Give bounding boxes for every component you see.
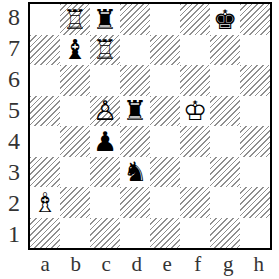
square-f4[interactable] [180, 126, 210, 157]
square-g2[interactable] [210, 187, 240, 218]
square-b5[interactable] [60, 96, 90, 127]
piece-black-rook[interactable]: ♜ [90, 4, 120, 35]
piece-white-king[interactable]: ♔ [180, 96, 210, 127]
square-g1[interactable] [210, 218, 240, 249]
square-d3[interactable]: ♞ [120, 157, 150, 188]
file-label-h: h [244, 251, 275, 277]
square-g8[interactable]: ♚ [210, 4, 240, 35]
square-a2[interactable]: ♗ [30, 187, 60, 218]
square-e6[interactable] [150, 65, 180, 96]
square-h6[interactable] [240, 65, 270, 96]
square-e2[interactable] [150, 187, 180, 218]
square-h8[interactable] [240, 4, 270, 35]
rank-label-8: 8 [2, 2, 26, 33]
square-f7[interactable] [180, 35, 210, 66]
square-d5[interactable]: ♜ [120, 96, 150, 127]
square-f6[interactable] [180, 65, 210, 96]
square-a8[interactable] [30, 4, 60, 35]
square-f3[interactable] [180, 157, 210, 188]
piece-white-bishop[interactable]: ♗ [30, 187, 60, 218]
square-b3[interactable] [60, 157, 90, 188]
piece-black-pawn[interactable]: ♟ [90, 126, 120, 157]
rank-label-7: 7 [2, 33, 26, 64]
square-d2[interactable] [120, 187, 150, 218]
piece-black-knight[interactable]: ♞ [120, 157, 150, 188]
square-g5[interactable] [210, 96, 240, 127]
square-h4[interactable] [240, 126, 270, 157]
rank-label-5: 5 [2, 95, 26, 126]
square-f2[interactable] [180, 187, 210, 218]
square-h2[interactable] [240, 187, 270, 218]
square-d6[interactable] [120, 65, 150, 96]
rank-labels: 87654321 [2, 2, 26, 250]
square-a7[interactable] [30, 35, 60, 66]
square-e7[interactable] [150, 35, 180, 66]
square-a3[interactable] [30, 157, 60, 188]
square-b2[interactable] [60, 187, 90, 218]
square-a5[interactable] [30, 96, 60, 127]
square-e3[interactable] [150, 157, 180, 188]
square-b4[interactable] [60, 126, 90, 157]
rank-label-4: 4 [2, 126, 26, 157]
piece-white-rook[interactable]: ♖ [60, 4, 90, 35]
square-b8[interactable]: ♖ [60, 4, 90, 35]
square-g6[interactable] [210, 65, 240, 96]
square-d7[interactable] [120, 35, 150, 66]
file-label-e: e [152, 251, 183, 277]
file-label-g: g [213, 251, 244, 277]
piece-white-rook[interactable]: ♖ [90, 35, 120, 66]
square-d1[interactable] [120, 218, 150, 249]
square-c7[interactable]: ♖ [90, 35, 120, 66]
file-label-a: a [30, 251, 61, 277]
file-label-d: d [122, 251, 153, 277]
rank-label-6: 6 [2, 64, 26, 95]
chess-diagram: 87654321 ♖♜♚♝♖♙♜♔♟♞♗ abcdefgh [0, 0, 279, 279]
piece-white-pawn[interactable]: ♙ [90, 96, 120, 127]
square-c8[interactable]: ♜ [90, 4, 120, 35]
square-e5[interactable] [150, 96, 180, 127]
square-d4[interactable] [120, 126, 150, 157]
square-f8[interactable] [180, 4, 210, 35]
file-label-b: b [61, 251, 92, 277]
square-e8[interactable] [150, 4, 180, 35]
square-c1[interactable] [90, 218, 120, 249]
square-b7[interactable]: ♝ [60, 35, 90, 66]
square-a1[interactable] [30, 218, 60, 249]
square-a6[interactable] [30, 65, 60, 96]
rank-label-2: 2 [2, 188, 26, 219]
square-g7[interactable] [210, 35, 240, 66]
chess-board: ♖♜♚♝♖♙♜♔♟♞♗ [28, 2, 272, 250]
square-c3[interactable] [90, 157, 120, 188]
rank-label-1: 1 [2, 219, 26, 250]
square-h5[interactable] [240, 96, 270, 127]
square-c5[interactable]: ♙ [90, 96, 120, 127]
square-e4[interactable] [150, 126, 180, 157]
square-g4[interactable] [210, 126, 240, 157]
square-c4[interactable]: ♟ [90, 126, 120, 157]
piece-black-king[interactable]: ♚ [210, 4, 240, 35]
square-h7[interactable] [240, 35, 270, 66]
square-a4[interactable] [30, 126, 60, 157]
square-h1[interactable] [240, 218, 270, 249]
square-b1[interactable] [60, 218, 90, 249]
square-g3[interactable] [210, 157, 240, 188]
square-e1[interactable] [150, 218, 180, 249]
square-f5[interactable]: ♔ [180, 96, 210, 127]
rank-label-3: 3 [2, 157, 26, 188]
file-labels: abcdefgh [30, 251, 274, 277]
piece-black-rook[interactable]: ♜ [120, 96, 150, 127]
square-f1[interactable] [180, 218, 210, 249]
square-c6[interactable] [90, 65, 120, 96]
file-label-c: c [91, 251, 122, 277]
square-b6[interactable] [60, 65, 90, 96]
piece-black-bishop[interactable]: ♝ [60, 35, 90, 66]
square-d8[interactable] [120, 4, 150, 35]
square-c2[interactable] [90, 187, 120, 218]
square-h3[interactable] [240, 157, 270, 188]
file-label-f: f [183, 251, 214, 277]
